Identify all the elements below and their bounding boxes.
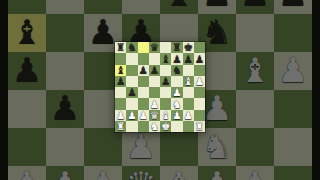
square-b1[interactable]: [126, 121, 137, 132]
square-e4[interactable]: [160, 87, 171, 98]
square-g7[interactable]: ♟: [183, 53, 194, 64]
chess-board[interactable]: ♜♞♛♜♚♝♟♟♟♝♟♟♞♟♟♝♟♟♟♟♞♟♟♟♛♝♟♟♜♞♚♜: [115, 42, 205, 132]
square-h4[interactable]: [194, 87, 205, 98]
black-rook-icon[interactable]: ♜: [116, 42, 125, 53]
white-pawn-icon[interactable]: ♟: [172, 87, 181, 98]
white-knight-icon[interactable]: ♞: [172, 98, 181, 109]
black-knight-icon[interactable]: ♞: [172, 65, 181, 76]
black-bishop-icon[interactable]: ♝: [161, 53, 170, 64]
square-h1[interactable]: ♜: [194, 121, 205, 132]
square-g5[interactable]: ♝: [183, 76, 194, 87]
square-a1[interactable]: ♜: [115, 121, 126, 132]
white-pawn-icon[interactable]: ♟: [183, 110, 192, 121]
white-pawn-icon[interactable]: ♟: [195, 76, 204, 87]
square-d5[interactable]: [149, 76, 160, 87]
white-pawn-icon[interactable]: ♟: [138, 110, 147, 121]
square-g2[interactable]: ♟: [183, 110, 194, 121]
black-king-icon[interactable]: ♚: [183, 42, 192, 53]
square-b2[interactable]: ♟: [126, 110, 137, 121]
square-h3[interactable]: [194, 98, 205, 109]
square-f6[interactable]: ♞: [171, 65, 182, 76]
black-pawn-icon[interactable]: ♟: [161, 76, 170, 87]
white-pawn-icon[interactable]: ♟: [127, 110, 136, 121]
black-knight-icon[interactable]: ♞: [127, 42, 136, 53]
square-g4[interactable]: [183, 87, 194, 98]
square-d8[interactable]: ♛: [149, 42, 160, 53]
white-knight-icon[interactable]: ♞: [150, 121, 159, 131]
square-b8[interactable]: ♞: [126, 42, 137, 53]
black-pawn-icon[interactable]: ♟: [150, 65, 159, 76]
square-d1[interactable]: ♞: [149, 121, 160, 132]
black-pawn-icon[interactable]: ♟: [195, 53, 204, 64]
square-d6[interactable]: ♟: [149, 65, 160, 76]
square-e5[interactable]: ♟: [160, 76, 171, 87]
black-pawn-icon[interactable]: ♟: [127, 87, 136, 98]
square-c4[interactable]: [138, 87, 149, 98]
white-queen-icon[interactable]: ♛: [150, 110, 159, 121]
white-pawn-icon[interactable]: ♟: [116, 110, 125, 121]
black-rook-icon[interactable]: ♜: [172, 42, 181, 53]
square-c2[interactable]: ♟: [138, 110, 149, 121]
white-bishop-icon[interactable]: ♝: [183, 76, 192, 87]
square-a4[interactable]: [115, 87, 126, 98]
white-rook-icon[interactable]: ♜: [116, 121, 125, 131]
square-e1[interactable]: ♚: [160, 121, 171, 132]
square-c1[interactable]: [138, 121, 149, 132]
white-pawn-icon[interactable]: ♟: [172, 110, 181, 121]
white-king-icon[interactable]: ♚: [161, 121, 170, 131]
square-b6[interactable]: [126, 65, 137, 76]
white-bishop-icon[interactable]: ♝: [161, 110, 170, 121]
square-c6[interactable]: ♟: [138, 65, 149, 76]
square-f1[interactable]: [171, 121, 182, 132]
square-c5[interactable]: [138, 76, 149, 87]
square-f2[interactable]: ♟: [171, 110, 182, 121]
square-a8[interactable]: ♜: [115, 42, 126, 53]
square-c8[interactable]: [138, 42, 149, 53]
square-h5[interactable]: ♟: [194, 76, 205, 87]
white-pawn-icon[interactable]: ♟: [150, 98, 159, 109]
square-b4[interactable]: ♟: [126, 87, 137, 98]
black-pawn-icon[interactable]: ♟: [172, 53, 181, 64]
square-h7[interactable]: ♟: [194, 53, 205, 64]
video-frame: ♜♞♛♜♚♝♟♟♟♝♟♟♞♟♟♝♟♟♟♟♞♟♟♟♛♝♟♟♜♞♚♜ ♜♞♛♜♚♝♟…: [0, 0, 320, 180]
white-rook-icon[interactable]: ♜: [195, 121, 204, 131]
square-b7[interactable]: [126, 53, 137, 64]
black-bishop-icon[interactable]: ♝: [116, 65, 125, 76]
black-queen-icon[interactable]: ♛: [150, 42, 159, 53]
square-g1[interactable]: [183, 121, 194, 132]
black-pawn-icon[interactable]: ♟: [116, 76, 125, 87]
black-pawn-icon[interactable]: ♟: [138, 65, 147, 76]
black-pawn-icon[interactable]: ♟: [183, 53, 192, 64]
square-a5[interactable]: ♟: [115, 76, 126, 87]
square-e7[interactable]: ♝: [160, 53, 171, 64]
